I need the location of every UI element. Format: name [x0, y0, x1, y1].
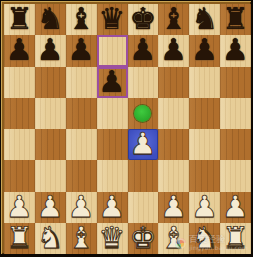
square-b8[interactable]: ♞: [35, 4, 66, 35]
white-rook[interactable]: ♜: [222, 223, 249, 253]
square-g8[interactable]: ♞: [189, 4, 220, 35]
square-f8[interactable]: ♝: [158, 4, 189, 35]
black-king[interactable]: ♚: [129, 4, 156, 34]
black-pawn[interactable]: ♟: [191, 35, 218, 65]
white-pawn[interactable]: ♟: [129, 129, 156, 159]
white-pawn[interactable]: ♟: [37, 192, 64, 222]
white-pawn[interactable]: ♟: [68, 192, 95, 222]
square-e1[interactable]: ♚: [128, 223, 159, 254]
square-e7[interactable]: ♟: [128, 35, 159, 66]
square-c1[interactable]: ♝: [66, 223, 97, 254]
black-pawn[interactable]: ♟: [222, 35, 249, 65]
square-d2[interactable]: ♟: [97, 192, 128, 223]
black-pawn[interactable]: ♟: [129, 35, 156, 65]
square-g3[interactable]: [189, 160, 220, 191]
white-bishop[interactable]: ♝: [68, 223, 95, 253]
square-h3[interactable]: [220, 160, 251, 191]
square-d6[interactable]: ♟: [97, 67, 128, 98]
square-g1[interactable]: ♞: [189, 223, 220, 254]
square-b5[interactable]: [35, 98, 66, 129]
square-h4[interactable]: [220, 129, 251, 160]
square-h8[interactable]: ♜: [220, 4, 251, 35]
square-a3[interactable]: [4, 160, 35, 191]
square-d7[interactable]: [97, 35, 128, 66]
square-d4[interactable]: [97, 129, 128, 160]
white-rook[interactable]: ♜: [6, 223, 33, 253]
black-pawn[interactable]: ♟: [99, 67, 126, 97]
square-a6[interactable]: [4, 67, 35, 98]
square-h6[interactable]: [220, 67, 251, 98]
legal-move-hint-dot[interactable]: [134, 105, 151, 122]
chess-app-screen: ♜♞♝♛♚♝♞♜♟♟♟♟♟♟♟♟♟♟♟♟♟♟♟♟♜♞♝♛♚♝♞♜ 百度经验 ji…: [0, 0, 253, 257]
black-rook[interactable]: ♜: [222, 4, 249, 34]
square-a7[interactable]: ♟: [4, 35, 35, 66]
square-g4[interactable]: [189, 129, 220, 160]
square-b1[interactable]: ♞: [35, 223, 66, 254]
square-c4[interactable]: [66, 129, 97, 160]
white-knight[interactable]: ♞: [37, 223, 64, 253]
square-f5[interactable]: [158, 98, 189, 129]
square-c6[interactable]: [66, 67, 97, 98]
square-e5[interactable]: [128, 98, 159, 129]
white-bishop[interactable]: ♝: [160, 223, 187, 253]
black-pawn[interactable]: ♟: [37, 35, 64, 65]
square-c5[interactable]: [66, 98, 97, 129]
square-c8[interactable]: ♝: [66, 4, 97, 35]
black-bishop[interactable]: ♝: [68, 4, 95, 34]
white-king[interactable]: ♚: [129, 223, 156, 253]
square-f2[interactable]: ♟: [158, 192, 189, 223]
square-f6[interactable]: [158, 67, 189, 98]
white-pawn[interactable]: ♟: [99, 192, 126, 222]
square-g7[interactable]: ♟: [189, 35, 220, 66]
square-a1[interactable]: ♜: [4, 223, 35, 254]
black-rook[interactable]: ♜: [6, 4, 33, 34]
black-pawn[interactable]: ♟: [6, 35, 33, 65]
square-b6[interactable]: [35, 67, 66, 98]
square-g5[interactable]: [189, 98, 220, 129]
square-h2[interactable]: ♟: [220, 192, 251, 223]
square-e4[interactable]: ♟: [128, 129, 159, 160]
square-d5[interactable]: [97, 98, 128, 129]
square-h5[interactable]: [220, 98, 251, 129]
square-e2[interactable]: [128, 192, 159, 223]
square-g6[interactable]: [189, 67, 220, 98]
square-c3[interactable]: [66, 160, 97, 191]
white-pawn[interactable]: ♟: [160, 192, 187, 222]
square-f3[interactable]: [158, 160, 189, 191]
chess-board: ♜♞♝♛♚♝♞♜♟♟♟♟♟♟♟♟♟♟♟♟♟♟♟♟♜♞♝♛♚♝♞♜: [4, 4, 251, 254]
white-knight[interactable]: ♞: [191, 223, 218, 253]
black-knight[interactable]: ♞: [191, 4, 218, 34]
black-queen[interactable]: ♛: [99, 4, 126, 34]
square-d1[interactable]: ♛: [97, 223, 128, 254]
white-pawn[interactable]: ♟: [191, 192, 218, 222]
square-b3[interactable]: [35, 160, 66, 191]
square-a4[interactable]: [4, 129, 35, 160]
black-pawn[interactable]: ♟: [68, 35, 95, 65]
square-b7[interactable]: ♟: [35, 35, 66, 66]
square-c7[interactable]: ♟: [66, 35, 97, 66]
square-e6[interactable]: [128, 67, 159, 98]
square-a2[interactable]: ♟: [4, 192, 35, 223]
square-f1[interactable]: ♝: [158, 223, 189, 254]
square-b2[interactable]: ♟: [35, 192, 66, 223]
white-pawn[interactable]: ♟: [6, 192, 33, 222]
black-bishop[interactable]: ♝: [160, 4, 187, 34]
square-d8[interactable]: ♛: [97, 4, 128, 35]
white-pawn[interactable]: ♟: [222, 192, 249, 222]
square-g2[interactable]: ♟: [189, 192, 220, 223]
square-a8[interactable]: ♜: [4, 4, 35, 35]
square-f4[interactable]: [158, 129, 189, 160]
square-h7[interactable]: ♟: [220, 35, 251, 66]
square-f7[interactable]: ♟: [158, 35, 189, 66]
square-h1[interactable]: ♜: [220, 223, 251, 254]
white-queen[interactable]: ♛: [99, 223, 126, 253]
black-pawn[interactable]: ♟: [160, 35, 187, 65]
square-d3[interactable]: [97, 160, 128, 191]
square-b4[interactable]: [35, 129, 66, 160]
black-knight[interactable]: ♞: [37, 4, 64, 34]
square-e8[interactable]: ♚: [128, 4, 159, 35]
square-e3[interactable]: [128, 160, 159, 191]
square-a5[interactable]: [4, 98, 35, 129]
square-c2[interactable]: ♟: [66, 192, 97, 223]
